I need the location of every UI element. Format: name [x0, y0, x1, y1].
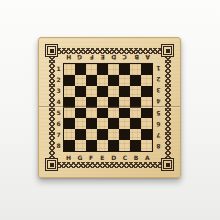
square-H2[interactable]: [64, 75, 75, 86]
square-A6[interactable]: [141, 118, 152, 129]
square-E6[interactable]: [97, 118, 108, 129]
square-A3[interactable]: [141, 86, 152, 97]
rank-label-left-7: 7: [54, 130, 63, 141]
rank-labels-right: 12345678: [154, 63, 163, 152]
square-E7[interactable]: [97, 129, 108, 140]
file-label-bottom-E: E: [97, 153, 108, 162]
rank-label-right-5: 5: [154, 108, 163, 119]
board-grid: [63, 63, 153, 152]
square-B5[interactable]: [130, 108, 141, 119]
square-F8[interactable]: [86, 140, 97, 151]
square-A1[interactable]: [141, 64, 152, 75]
file-label-bottom-D: D: [108, 153, 119, 162]
square-B3[interactable]: [130, 86, 141, 97]
file-label-bottom-B: B: [131, 153, 142, 162]
square-A2[interactable]: [141, 75, 152, 86]
square-G6[interactable]: [75, 118, 86, 129]
file-label-bottom-C: C: [119, 153, 130, 162]
border-pattern-bottom: [58, 162, 161, 168]
border-pattern-right: [165, 57, 171, 158]
chess-board: HGFEDCBA HGFEDCBA 12345678 12345678: [38, 37, 181, 178]
square-E8[interactable]: [97, 140, 108, 151]
file-label-bottom-G: G: [74, 153, 85, 162]
square-H7[interactable]: [64, 129, 75, 140]
square-B6[interactable]: [130, 118, 141, 129]
rank-label-right-7: 7: [154, 130, 163, 141]
file-label-top-H: H: [63, 53, 74, 62]
square-F5[interactable]: [86, 108, 97, 119]
file-label-bottom-F: F: [86, 153, 97, 162]
square-G5[interactable]: [75, 108, 86, 119]
square-H1[interactable]: [64, 64, 75, 75]
square-D5[interactable]: [108, 108, 119, 119]
square-C6[interactable]: [119, 118, 130, 129]
square-A7[interactable]: [141, 129, 152, 140]
square-G7[interactable]: [75, 129, 86, 140]
square-E3[interactable]: [97, 86, 108, 97]
square-F2[interactable]: [86, 75, 97, 86]
fold-seam: [39, 106, 180, 107]
square-B2[interactable]: [130, 75, 141, 86]
rank-label-right-1: 1: [154, 63, 163, 74]
square-D3[interactable]: [108, 86, 119, 97]
corner-ornament-bottom-right: [161, 158, 174, 171]
rank-labels-left: 12345678: [54, 63, 63, 152]
rank-label-right-6: 6: [154, 119, 163, 130]
square-F3[interactable]: [86, 86, 97, 97]
square-C8[interactable]: [119, 140, 130, 151]
square-D6[interactable]: [108, 118, 119, 129]
file-labels-top: HGFEDCBA: [63, 53, 153, 62]
file-label-top-G: G: [74, 53, 85, 62]
rank-label-right-3: 3: [154, 85, 163, 96]
square-E5[interactable]: [97, 108, 108, 119]
square-D1[interactable]: [108, 64, 119, 75]
file-label-top-E: E: [97, 53, 108, 62]
file-label-top-A: A: [142, 53, 153, 62]
square-H3[interactable]: [64, 86, 75, 97]
square-A8[interactable]: [141, 140, 152, 151]
square-H6[interactable]: [64, 118, 75, 129]
square-G8[interactable]: [75, 140, 86, 151]
square-C3[interactable]: [119, 86, 130, 97]
corner-ornament-bottom-left: [45, 158, 58, 171]
square-F1[interactable]: [86, 64, 97, 75]
corner-ornament-top-right: [161, 44, 174, 57]
rank-label-left-1: 1: [54, 63, 63, 74]
square-E2[interactable]: [97, 75, 108, 86]
square-B8[interactable]: [130, 140, 141, 151]
rank-label-left-3: 3: [54, 85, 63, 96]
square-D7[interactable]: [108, 129, 119, 140]
square-C5[interactable]: [119, 108, 130, 119]
square-C2[interactable]: [119, 75, 130, 86]
square-G2[interactable]: [75, 75, 86, 86]
rank-label-left-2: 2: [54, 74, 63, 85]
file-labels-bottom: HGFEDCBA: [63, 153, 153, 162]
file-label-bottom-H: H: [63, 153, 74, 162]
square-H5[interactable]: [64, 108, 75, 119]
file-label-top-F: F: [86, 53, 97, 62]
square-B1[interactable]: [130, 64, 141, 75]
file-label-top-D: D: [108, 53, 119, 62]
square-C7[interactable]: [119, 129, 130, 140]
corner-ornament-top-left: [45, 44, 58, 57]
square-B7[interactable]: [130, 129, 141, 140]
square-E1[interactable]: [97, 64, 108, 75]
photo-background: HGFEDCBA HGFEDCBA 12345678 12345678: [0, 0, 220, 220]
rank-label-left-6: 6: [54, 119, 63, 130]
rank-label-right-8: 8: [154, 141, 163, 152]
file-label-top-B: B: [131, 53, 142, 62]
file-label-top-C: C: [119, 53, 130, 62]
square-F7[interactable]: [86, 129, 97, 140]
rank-label-left-8: 8: [54, 141, 63, 152]
square-G1[interactable]: [75, 64, 86, 75]
square-A5[interactable]: [141, 108, 152, 119]
square-D2[interactable]: [108, 75, 119, 86]
square-H8[interactable]: [64, 140, 75, 151]
square-G3[interactable]: [75, 86, 86, 97]
rank-label-left-5: 5: [54, 108, 63, 119]
square-F6[interactable]: [86, 118, 97, 129]
square-C1[interactable]: [119, 64, 130, 75]
rank-label-right-2: 2: [154, 74, 163, 85]
file-label-bottom-A: A: [142, 153, 153, 162]
square-D8[interactable]: [108, 140, 119, 151]
